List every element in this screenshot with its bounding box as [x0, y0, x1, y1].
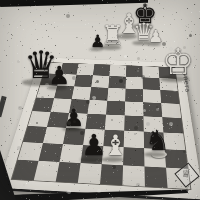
- piece-black-pawn-c5: ♟: [48, 63, 70, 88]
- square-f1: [122, 165, 145, 186]
- white-bishop-icon: ♝: [103, 132, 128, 160]
- crown-icon: ♕: [173, 167, 200, 181]
- square-d8: [93, 64, 110, 76]
- square-e1: [100, 164, 123, 185]
- square-c1: [56, 162, 81, 183]
- black-knight-icon: ♞: [145, 127, 170, 155]
- square-g1: [144, 166, 167, 187]
- square-f6: [125, 89, 143, 103]
- square-g8: [142, 66, 159, 78]
- piece-black-knight-g2: ♞: [145, 127, 170, 155]
- square-d5: [87, 100, 107, 115]
- square-d1: [78, 163, 102, 184]
- square-h6: [160, 90, 179, 104]
- piece-black-pawn-c3: ♟: [63, 106, 85, 130]
- square-g7: [143, 77, 161, 90]
- white-pawn-icon: ♟: [148, 28, 163, 45]
- square-f7: [126, 77, 143, 90]
- square-c7: [74, 75, 93, 87]
- square-f8: [126, 66, 143, 78]
- square-e5: [106, 101, 125, 116]
- black-pawn-icon: ♟: [63, 106, 85, 130]
- square-f5: [125, 101, 144, 116]
- black-pawn-icon: ♟: [90, 33, 105, 50]
- square-e8: [109, 65, 126, 77]
- square-e7: [108, 76, 126, 89]
- piece-white-king-h5: ♚: [162, 44, 194, 80]
- piece-white-pawn-h7: ♟: [148, 28, 163, 45]
- square-g5: [143, 102, 162, 117]
- square-d6: [89, 87, 108, 101]
- square-g6: [143, 89, 161, 103]
- piece-black-pawn-d7: ♟: [90, 33, 105, 50]
- photo-border-top: [0, 0, 148, 7]
- square-c6: [72, 86, 92, 99]
- diamond-crown-emblem: ♕: [172, 159, 200, 192]
- black-pawn-icon: ♟: [48, 63, 70, 88]
- square-h5: [161, 103, 181, 118]
- white-king-icon: ♚: [162, 44, 194, 80]
- chess-photo: ♚♝♛♜♟♟♚♛♟♟♞♟♝ ©Jasnera ♕: [0, 0, 200, 200]
- square-c8: [76, 64, 94, 76]
- photo-border-left-streak: [0, 96, 7, 118]
- piece-white-bishop-f2: ♝: [103, 132, 128, 160]
- square-d7: [91, 75, 109, 88]
- square-e6: [107, 88, 125, 102]
